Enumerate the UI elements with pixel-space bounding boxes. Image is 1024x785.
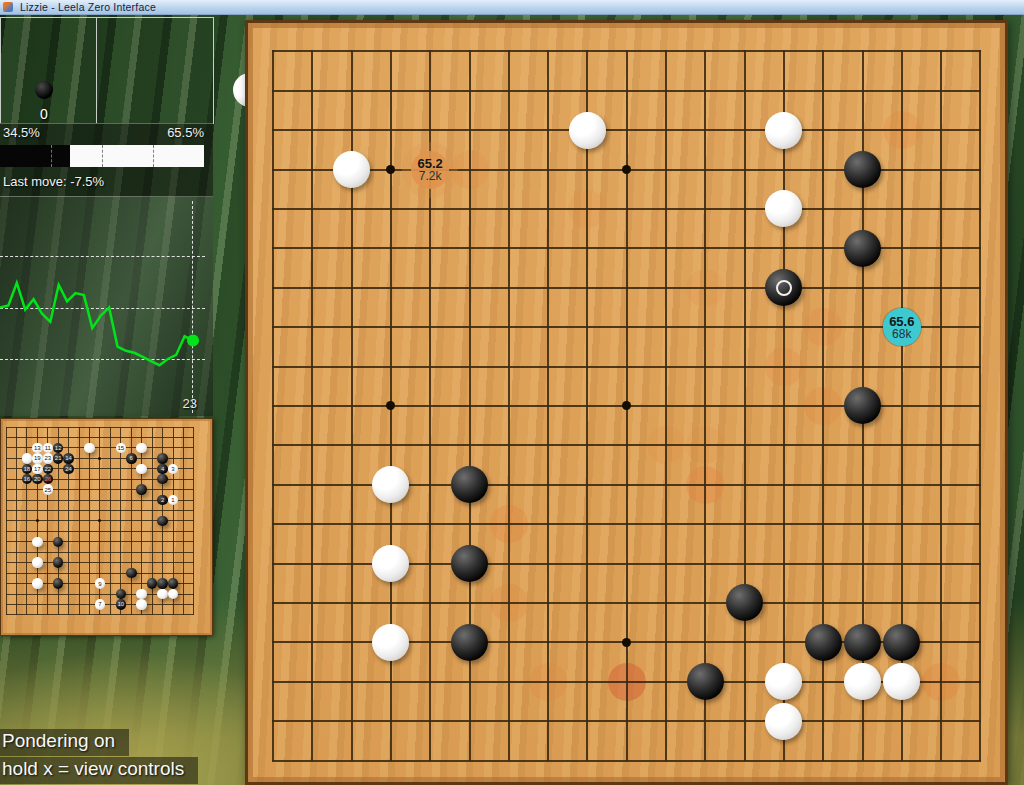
white-stone <box>372 466 409 503</box>
suggestion-visits: 68k <box>892 328 911 340</box>
black-stone <box>157 453 168 464</box>
white-stone <box>136 599 147 610</box>
variation-stone: 18 <box>22 464 33 475</box>
java-app-icon <box>3 2 13 12</box>
black-captures-box: 0 <box>0 17 97 124</box>
variation-stone: 3 <box>168 464 179 475</box>
white-winrate-label: 65.5% <box>167 125 204 140</box>
grid-line-horizontal <box>272 760 981 762</box>
grid-line-vertical <box>193 427 194 616</box>
black-stone <box>116 589 127 600</box>
grid-line-vertical <box>783 50 785 761</box>
star-point <box>622 165 631 174</box>
white-stone <box>883 663 920 700</box>
grid-line-vertical <box>665 50 667 761</box>
winrate-tick-75 <box>153 145 154 167</box>
variation-stone: 11 <box>43 443 54 454</box>
last-move-marker <box>776 280 792 296</box>
white-stone <box>22 453 33 464</box>
star-point <box>386 401 395 410</box>
variation-stone: 15 <box>116 443 127 454</box>
star-point <box>386 165 395 174</box>
variation-stone: 25 <box>43 484 54 495</box>
star-point <box>622 638 631 647</box>
variation-stone: 13 <box>32 443 43 454</box>
window-titlebar[interactable]: Lizzie - Leela Zero Interface <box>0 0 1024 15</box>
black-capture-count: 0 <box>34 106 54 122</box>
black-stone <box>451 545 488 582</box>
variation-stone: 7 <box>95 599 106 610</box>
white-stone <box>136 443 147 454</box>
variation-preview-board: 1234679101112131415161718192021222324252… <box>0 418 213 636</box>
grid-line-horizontal <box>6 573 195 574</box>
window-title: Lizzie - Leela Zero Interface <box>20 1 156 13</box>
black-stone <box>136 484 147 495</box>
star-point <box>622 401 631 410</box>
variation-stone: 6 <box>126 453 137 464</box>
white-stone <box>765 703 802 740</box>
grid-line-horizontal <box>272 720 981 722</box>
black-stone <box>157 516 168 527</box>
black-stone <box>883 624 920 661</box>
black-stone <box>687 663 724 700</box>
variation-stone: 21 <box>53 453 64 464</box>
white-stone <box>136 464 147 475</box>
grid-line-vertical <box>704 50 706 761</box>
grid-line-vertical <box>940 50 942 761</box>
variation-stone: 1 <box>168 495 179 506</box>
grid-line-horizontal <box>6 552 195 553</box>
white-stone <box>32 537 43 548</box>
variation-stone: 16 <box>22 474 33 485</box>
controls-hint: hold x = view controls <box>0 757 198 784</box>
variation-stone: 12 <box>53 443 64 454</box>
white-stone <box>157 589 168 600</box>
move-suggestion[interactable]: 65.27.2k <box>411 151 449 189</box>
variation-stone: 26 <box>43 474 54 485</box>
variation-stone: 10 <box>116 599 127 610</box>
black-stone <box>726 584 763 621</box>
black-stone <box>53 557 64 568</box>
white-stone <box>136 589 147 600</box>
white-stone <box>844 663 881 700</box>
black-stone <box>451 624 488 661</box>
white-stone <box>569 112 606 149</box>
winrate-graph <box>0 197 213 416</box>
white-stone <box>372 545 409 582</box>
black-stone <box>844 624 881 661</box>
black-stone <box>157 578 168 589</box>
black-stone <box>451 466 488 503</box>
grid-line-vertical <box>183 427 184 616</box>
black-stone <box>844 230 881 267</box>
variation-stone: 2 <box>157 495 168 506</box>
current-move-dot <box>187 334 199 346</box>
black-stone <box>126 568 137 579</box>
white-stone <box>32 557 43 568</box>
black-stone <box>168 578 179 589</box>
grid-line-vertical <box>979 50 981 761</box>
grid-line-horizontal <box>6 531 195 532</box>
variation-stone: 22 <box>43 464 54 475</box>
winrate-line <box>0 283 193 365</box>
grid-line-horizontal <box>272 444 981 446</box>
white-stone <box>765 112 802 149</box>
variation-stone: 20 <box>32 474 43 485</box>
pondering-status: Pondering on <box>0 729 129 756</box>
grid-line-vertical <box>120 427 121 616</box>
variation-stone: 23 <box>43 453 54 464</box>
variation-stone: 19 <box>32 453 43 464</box>
grid-line-vertical <box>141 427 142 616</box>
white-captures-box: 0 <box>96 17 214 124</box>
black-stone <box>805 624 842 661</box>
variation-stone: 14 <box>63 453 74 464</box>
grid-line-vertical <box>744 50 746 761</box>
best-move-suggestion[interactable]: 65.668k <box>883 308 921 346</box>
white-stone <box>372 624 409 661</box>
white-stone <box>765 663 802 700</box>
black-stone <box>147 578 158 589</box>
main-go-board[interactable]: 65.668k65.27.2k <box>245 20 1008 785</box>
move-number-label: 23 <box>183 396 197 411</box>
grid-line-horizontal <box>6 614 195 615</box>
winrate-tick-50 <box>102 145 103 167</box>
white-stone <box>32 578 43 589</box>
last-move-delta-label: Last move: -7.5% <box>3 174 104 189</box>
variation-stone: 24 <box>63 464 74 475</box>
winrate-bar-black-portion <box>0 145 70 167</box>
white-stone <box>765 190 802 227</box>
suggestion-winrate: 65.6 <box>889 315 914 328</box>
winrate-tick-25 <box>51 145 52 167</box>
grid-line-horizontal <box>272 523 981 525</box>
black-stone <box>53 578 64 589</box>
variation-stone: 17 <box>32 464 43 475</box>
black-stone-icon <box>35 81 53 99</box>
black-stone <box>844 387 881 424</box>
winrate-bar <box>0 145 204 167</box>
black-stone <box>53 537 64 548</box>
variation-stone: 9 <box>95 578 106 589</box>
black-stone <box>844 151 881 188</box>
suggestion-visits: 7.2k <box>419 170 442 182</box>
white-stone <box>168 589 179 600</box>
grid-line-vertical <box>110 427 111 616</box>
white-stone <box>84 443 95 454</box>
black-stone <box>157 474 168 485</box>
winrate-panel: 34.5% 65.5% Last move: -7.5% <box>0 123 213 196</box>
grid-line-horizontal <box>272 602 981 604</box>
variation-stone: 4 <box>157 464 168 475</box>
black-winrate-label: 34.5% <box>3 125 40 140</box>
winrate-graph-panel[interactable]: 23 <box>0 196 213 416</box>
white-stone <box>333 151 370 188</box>
